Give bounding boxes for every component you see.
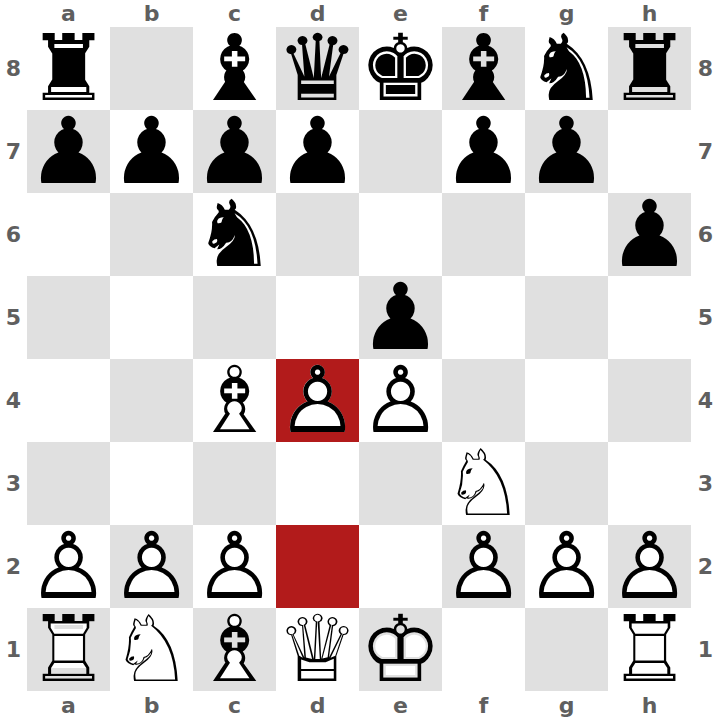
square-d6[interactable] xyxy=(276,193,359,276)
rank-label: 8 xyxy=(0,27,27,110)
piece-black-queen: ♛ xyxy=(276,27,359,110)
piece-white-pawn: ♟♙ xyxy=(608,525,691,608)
piece-white-pawn: ♟♙ xyxy=(193,525,276,608)
square-b7[interactable]: ♟ xyxy=(110,110,193,193)
white-pawn-outline-glyph: ♙ xyxy=(193,525,276,608)
square-f2[interactable]: ♟♙ xyxy=(442,525,525,608)
square-b2[interactable]: ♟♙ xyxy=(110,525,193,608)
square-d7[interactable]: ♟ xyxy=(276,110,359,193)
square-h1[interactable]: ♜♖ xyxy=(608,608,691,691)
square-a6[interactable] xyxy=(27,193,110,276)
piece-black-rook: ♜ xyxy=(608,27,691,110)
white-pawn-outline-glyph: ♙ xyxy=(27,525,110,608)
square-e7[interactable] xyxy=(359,110,442,193)
square-d8[interactable]: ♛ xyxy=(276,27,359,110)
piece-black-pawn: ♟ xyxy=(359,276,442,359)
square-c8[interactable]: ♝ xyxy=(193,27,276,110)
file-label: g xyxy=(525,691,608,720)
rank-label: 6 xyxy=(0,193,27,276)
piece-white-bishop: ♝♗ xyxy=(193,608,276,691)
piece-black-pawn: ♟ xyxy=(525,110,608,193)
piece-black-rook: ♜ xyxy=(27,27,110,110)
square-e6[interactable] xyxy=(359,193,442,276)
square-c7[interactable]: ♟ xyxy=(193,110,276,193)
square-h6[interactable]: ♟ xyxy=(608,193,691,276)
file-label: c xyxy=(193,0,276,27)
white-knight-fill-glyph: ♞ xyxy=(442,442,525,525)
white-pawn-fill-glyph: ♟ xyxy=(608,525,691,608)
square-b3[interactable] xyxy=(110,442,193,525)
black-rook-glyph: ♜ xyxy=(27,27,110,110)
black-pawn-glyph: ♟ xyxy=(27,110,110,193)
rank-label: 3 xyxy=(0,442,27,525)
piece-white-rook: ♜♖ xyxy=(27,608,110,691)
piece-white-queen: ♛♕ xyxy=(276,608,359,691)
file-label: d xyxy=(276,0,359,27)
square-a5[interactable] xyxy=(27,276,110,359)
square-h4[interactable] xyxy=(608,359,691,442)
square-g2[interactable]: ♟♙ xyxy=(525,525,608,608)
square-e8[interactable]: ♚ xyxy=(359,27,442,110)
piece-black-king: ♚ xyxy=(359,27,442,110)
square-b4[interactable] xyxy=(110,359,193,442)
white-rook-fill-glyph: ♜ xyxy=(608,608,691,691)
square-f1[interactable] xyxy=(442,608,525,691)
square-e5[interactable]: ♟ xyxy=(359,276,442,359)
square-f5[interactable] xyxy=(442,276,525,359)
white-pawn-fill-glyph: ♟ xyxy=(359,359,442,442)
square-g6[interactable] xyxy=(525,193,608,276)
rank-label: 4 xyxy=(0,359,27,442)
piece-black-pawn: ♟ xyxy=(193,110,276,193)
square-c5[interactable] xyxy=(193,276,276,359)
file-label: f xyxy=(442,691,525,720)
white-knight-fill-glyph: ♞ xyxy=(110,608,193,691)
rank-label: 1 xyxy=(691,608,720,691)
rank-label: 7 xyxy=(691,110,720,193)
white-queen-outline-glyph: ♕ xyxy=(276,608,359,691)
white-rook-outline-glyph: ♖ xyxy=(27,608,110,691)
black-king-glyph: ♚ xyxy=(359,27,442,110)
rank-label: 2 xyxy=(0,525,27,608)
rank-label: 3 xyxy=(691,442,720,525)
white-pawn-fill-glyph: ♟ xyxy=(525,525,608,608)
piece-black-pawn: ♟ xyxy=(27,110,110,193)
square-g4[interactable] xyxy=(525,359,608,442)
black-bishop-glyph: ♝ xyxy=(442,27,525,110)
piece-black-pawn: ♟ xyxy=(110,110,193,193)
piece-white-pawn: ♟♙ xyxy=(442,525,525,608)
square-a8[interactable]: ♜ xyxy=(27,27,110,110)
square-c6[interactable]: ♞ xyxy=(193,193,276,276)
file-label: h xyxy=(608,0,691,27)
square-f3[interactable]: ♞♘ xyxy=(442,442,525,525)
white-king-fill-glyph: ♚ xyxy=(359,608,442,691)
square-f6[interactable] xyxy=(442,193,525,276)
white-king-outline-glyph: ♔ xyxy=(359,608,442,691)
white-bishop-fill-glyph: ♝ xyxy=(193,359,276,442)
white-rook-outline-glyph: ♖ xyxy=(608,608,691,691)
white-knight-outline-glyph: ♘ xyxy=(442,442,525,525)
square-h8[interactable]: ♜ xyxy=(608,27,691,110)
white-pawn-outline-glyph: ♙ xyxy=(276,359,359,442)
white-bishop-outline-glyph: ♗ xyxy=(193,359,276,442)
white-knight-outline-glyph: ♘ xyxy=(110,608,193,691)
square-h5[interactable] xyxy=(608,276,691,359)
piece-white-pawn: ♟♙ xyxy=(359,359,442,442)
white-pawn-fill-glyph: ♟ xyxy=(27,525,110,608)
square-d5[interactable] xyxy=(276,276,359,359)
piece-white-pawn: ♟♙ xyxy=(276,359,359,442)
black-pawn-glyph: ♟ xyxy=(608,193,691,276)
file-label: e xyxy=(359,691,442,720)
file-labels-bottom: abcdefgh xyxy=(27,691,691,720)
rank-label: 8 xyxy=(691,27,720,110)
square-c2[interactable]: ♟♙ xyxy=(193,525,276,608)
rank-label: 7 xyxy=(0,110,27,193)
white-pawn-fill-glyph: ♟ xyxy=(193,525,276,608)
piece-white-king: ♚♔ xyxy=(359,608,442,691)
square-g7[interactable]: ♟ xyxy=(525,110,608,193)
file-label: f xyxy=(442,0,525,27)
square-b1[interactable]: ♞♘ xyxy=(110,608,193,691)
rank-label: 2 xyxy=(691,525,720,608)
square-a4[interactable] xyxy=(27,359,110,442)
file-label: c xyxy=(193,691,276,720)
file-labels-top: abcdefgh xyxy=(27,0,691,27)
square-c3[interactable] xyxy=(193,442,276,525)
piece-black-knight: ♞ xyxy=(525,27,608,110)
square-f4[interactable] xyxy=(442,359,525,442)
square-c4[interactable]: ♝♗ xyxy=(193,359,276,442)
piece-white-bishop: ♝♗ xyxy=(193,359,276,442)
black-knight-glyph: ♞ xyxy=(525,27,608,110)
rank-label: 1 xyxy=(0,608,27,691)
square-a2[interactable]: ♟♙ xyxy=(27,525,110,608)
white-pawn-outline-glyph: ♙ xyxy=(359,359,442,442)
black-pawn-glyph: ♟ xyxy=(193,110,276,193)
black-pawn-glyph: ♟ xyxy=(442,110,525,193)
white-pawn-outline-glyph: ♙ xyxy=(442,525,525,608)
square-c1[interactable]: ♝♗ xyxy=(193,608,276,691)
square-g5[interactable] xyxy=(525,276,608,359)
square-g1[interactable] xyxy=(525,608,608,691)
black-pawn-glyph: ♟ xyxy=(359,276,442,359)
rank-label: 5 xyxy=(0,276,27,359)
square-a3[interactable] xyxy=(27,442,110,525)
square-a7[interactable]: ♟ xyxy=(27,110,110,193)
white-pawn-fill-glyph: ♟ xyxy=(110,525,193,608)
white-queen-fill-glyph: ♛ xyxy=(276,608,359,691)
white-bishop-fill-glyph: ♝ xyxy=(193,608,276,691)
white-pawn-outline-glyph: ♙ xyxy=(525,525,608,608)
square-h2[interactable]: ♟♙ xyxy=(608,525,691,608)
square-e1[interactable]: ♚♔ xyxy=(359,608,442,691)
black-pawn-glyph: ♟ xyxy=(110,110,193,193)
piece-black-pawn: ♟ xyxy=(608,193,691,276)
square-f8[interactable]: ♝ xyxy=(442,27,525,110)
chess-board: ♜♝♛♚♝♞♜♟♟♟♟♟♟♞♟♟♝♗♟♙♟♙♞♘♟♙♟♙♟♙♟♙♟♙♟♙♜♖♞♘… xyxy=(27,27,691,691)
file-label: b xyxy=(110,0,193,27)
square-d2[interactable] xyxy=(276,525,359,608)
square-a1[interactable]: ♜♖ xyxy=(27,608,110,691)
piece-black-pawn: ♟ xyxy=(442,110,525,193)
rank-label: 6 xyxy=(691,193,720,276)
piece-black-knight: ♞ xyxy=(193,193,276,276)
piece-white-knight: ♞♘ xyxy=(442,442,525,525)
piece-white-pawn: ♟♙ xyxy=(525,525,608,608)
black-rook-glyph: ♜ xyxy=(608,27,691,110)
piece-white-pawn: ♟♙ xyxy=(27,525,110,608)
white-rook-fill-glyph: ♜ xyxy=(27,608,110,691)
file-label: h xyxy=(608,691,691,720)
piece-white-pawn: ♟♙ xyxy=(110,525,193,608)
square-e4[interactable]: ♟♙ xyxy=(359,359,442,442)
square-e2[interactable] xyxy=(359,525,442,608)
square-d3[interactable] xyxy=(276,442,359,525)
white-pawn-outline-glyph: ♙ xyxy=(110,525,193,608)
square-e3[interactable] xyxy=(359,442,442,525)
black-bishop-glyph: ♝ xyxy=(193,27,276,110)
white-pawn-fill-glyph: ♟ xyxy=(442,525,525,608)
white-pawn-fill-glyph: ♟ xyxy=(276,359,359,442)
piece-black-pawn: ♟ xyxy=(276,110,359,193)
file-label: a xyxy=(27,691,110,720)
white-bishop-outline-glyph: ♗ xyxy=(193,608,276,691)
file-label: d xyxy=(276,691,359,720)
black-pawn-glyph: ♟ xyxy=(525,110,608,193)
black-queen-glyph: ♛ xyxy=(276,27,359,110)
black-knight-glyph: ♞ xyxy=(193,193,276,276)
piece-black-bishop: ♝ xyxy=(442,27,525,110)
piece-white-rook: ♜♖ xyxy=(608,608,691,691)
file-label: g xyxy=(525,0,608,27)
square-b6[interactable] xyxy=(110,193,193,276)
file-label: e xyxy=(359,0,442,27)
square-b5[interactable] xyxy=(110,276,193,359)
rank-labels-right: 87654321 xyxy=(691,27,720,691)
square-h7[interactable] xyxy=(608,110,691,193)
rank-label: 5 xyxy=(691,276,720,359)
square-g8[interactable]: ♞ xyxy=(525,27,608,110)
rank-labels-left: 87654321 xyxy=(0,27,27,691)
rank-label: 4 xyxy=(691,359,720,442)
piece-black-bishop: ♝ xyxy=(193,27,276,110)
square-b8[interactable] xyxy=(110,27,193,110)
square-d1[interactable]: ♛♕ xyxy=(276,608,359,691)
file-label: a xyxy=(27,0,110,27)
white-pawn-outline-glyph: ♙ xyxy=(608,525,691,608)
square-f7[interactable]: ♟ xyxy=(442,110,525,193)
square-g3[interactable] xyxy=(525,442,608,525)
black-pawn-glyph: ♟ xyxy=(276,110,359,193)
square-d4[interactable]: ♟♙ xyxy=(276,359,359,442)
file-label: b xyxy=(110,691,193,720)
piece-white-knight: ♞♘ xyxy=(110,608,193,691)
square-h3[interactable] xyxy=(608,442,691,525)
